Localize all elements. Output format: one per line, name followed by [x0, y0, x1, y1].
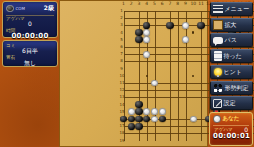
white-player-panel: あなた アゲハマ 0 00:00:01: [209, 112, 253, 146]
star-point: [146, 75, 148, 77]
black-stone: [135, 29, 142, 36]
black-stone: [135, 101, 142, 108]
black-stone: [135, 108, 142, 115]
black-player-rank: 2級: [44, 4, 54, 13]
menu-icon: [213, 5, 223, 14]
col-label-6: 6: [161, 2, 164, 7]
pass-button[interactable]: パス: [210, 33, 253, 47]
col-label-7: 7: [169, 2, 172, 7]
pen-icon: [213, 99, 222, 108]
settings-button[interactable]: 設定: [210, 96, 253, 110]
row-label-19: 19: [120, 139, 124, 143]
undo-button[interactable]: 待った: [210, 49, 253, 63]
row-label-18: 18: [120, 131, 124, 135]
black-stone-icon: [6, 5, 14, 13]
black-player-header: COM 2級: [6, 3, 54, 16]
row-label-5: 5: [120, 38, 124, 42]
row-label-14: 14: [120, 103, 124, 107]
row-label-10: 10: [120, 74, 124, 78]
paper-icon: [214, 51, 222, 61]
zoom-button[interactable]: 拡大: [210, 18, 253, 32]
row-label-6: 6: [120, 45, 124, 49]
white-player-name: あなた: [223, 116, 240, 122]
col-label-10: 10: [190, 2, 196, 7]
hint-button-label: ヒント: [224, 69, 242, 75]
stones-icon: [213, 83, 223, 93]
black-stone: [166, 22, 173, 29]
black-captures-value: 0: [6, 21, 54, 28]
lightbulb-icon: [214, 68, 222, 76]
row-label-4: 4: [120, 31, 124, 35]
row-label-1: 1: [120, 9, 124, 13]
settings-button-label: 設定: [224, 100, 236, 106]
black-stone: [135, 36, 142, 43]
col-label-9: 9: [184, 2, 187, 7]
speech-bubble-icon: [213, 37, 223, 44]
row-label-12: 12: [120, 88, 124, 92]
menu-button[interactable]: メニュー: [210, 2, 253, 16]
col-label-1: 1: [122, 2, 125, 7]
row-label-7: 7: [120, 52, 124, 56]
col-label-2: 2: [130, 2, 133, 7]
white-stone: [182, 22, 189, 29]
rules-panel: コミ 6目半 置石 無し: [2, 40, 58, 67]
col-label-5: 5: [153, 2, 156, 7]
black-stone: [128, 116, 135, 123]
row-label-13: 13: [120, 95, 124, 99]
row-label-3: 3: [120, 23, 124, 27]
zoom-button-label: 拡大: [225, 22, 237, 28]
black-stone: [135, 116, 142, 123]
black-stone: [128, 123, 135, 130]
white-stone-icon: [213, 115, 221, 123]
white-time-value: 00:00:01: [213, 133, 249, 141]
go-board[interactable]: 1234567891011121314151617181912345678910…: [59, 0, 208, 147]
white-stone: [159, 108, 166, 115]
row-label-2: 2: [120, 16, 124, 20]
white-stone: [190, 116, 197, 123]
col-label-11: 11: [198, 2, 204, 7]
row-label-8: 8: [120, 59, 124, 63]
menu-button-label: メニュー: [225, 6, 249, 12]
estimate-button-label: 形勢判定: [225, 85, 249, 91]
white-player-header: あなた: [213, 114, 249, 126]
black-stone: [135, 123, 142, 130]
col-label-4: 4: [145, 2, 148, 7]
row-label-15: 15: [120, 110, 124, 114]
black-stone: [159, 116, 166, 123]
pass-button-label: パス: [225, 37, 237, 43]
game-screen: 1234567891011121314151617181912345678910…: [0, 0, 254, 147]
handicap-value: 無し: [6, 60, 54, 67]
black-stone: [197, 22, 204, 29]
undo-button-label: 待った: [224, 53, 242, 59]
black-player-panel: COM 2級 アゲハマ 0 時間 00:00:00: [2, 1, 58, 38]
col-label-3: 3: [138, 2, 141, 7]
hint-button[interactable]: ヒント: [210, 65, 253, 79]
komi-value: 6目半: [6, 48, 54, 55]
black-player-name: COM: [16, 7, 42, 11]
row-label-9: 9: [120, 67, 124, 71]
white-stone: [143, 51, 150, 58]
board-zoom-icon: [213, 20, 223, 30]
estimate-button[interactable]: 形勢判定: [210, 81, 253, 95]
col-label-8: 8: [176, 2, 179, 7]
white-stone: [128, 108, 135, 115]
row-label-11: 11: [120, 81, 124, 85]
row-label-17: 17: [120, 124, 124, 128]
